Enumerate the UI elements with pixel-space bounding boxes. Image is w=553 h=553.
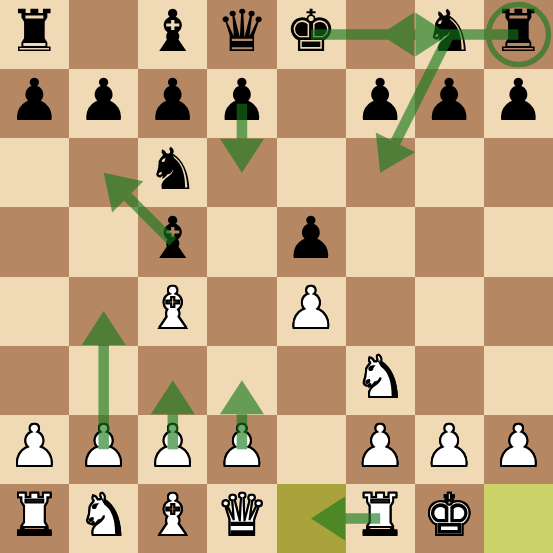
- piece-black-queen[interactable]: ♛: [216, 0, 268, 66]
- piece-black-rook[interactable]: ♜: [492, 0, 544, 66]
- piece-black-pawn[interactable]: ♟: [285, 204, 337, 273]
- square-c6[interactable]: ♞: [138, 138, 207, 207]
- chess-board: ♜♝♛♚♞♜♟♟♟♟♟♟♟♞♝♟♝♟♞♟♟♟♟♟♟♟♜♞♝♛♜♚: [0, 0, 553, 553]
- piece-black-pawn[interactable]: ♟: [492, 66, 544, 135]
- piece-white-pawn[interactable]: ♟: [354, 412, 406, 481]
- square-a6[interactable]: [0, 138, 69, 207]
- square-a8[interactable]: ♜: [0, 0, 69, 69]
- square-g5[interactable]: [415, 207, 484, 276]
- square-a3[interactable]: [0, 346, 69, 415]
- square-a1[interactable]: ♜: [0, 484, 69, 553]
- last-move-highlight-h1: [484, 484, 553, 553]
- piece-white-pawn[interactable]: ♟: [9, 412, 61, 481]
- square-f1[interactable]: ♜: [346, 484, 415, 553]
- piece-black-pawn[interactable]: ♟: [9, 66, 61, 135]
- piece-black-pawn[interactable]: ♟: [147, 66, 199, 135]
- square-b7[interactable]: ♟: [69, 69, 138, 138]
- square-b1[interactable]: ♞: [69, 484, 138, 553]
- piece-white-pawn[interactable]: ♟: [216, 412, 268, 481]
- piece-black-bishop[interactable]: ♝: [147, 0, 199, 66]
- square-h5[interactable]: [484, 207, 553, 276]
- square-f6[interactable]: [346, 138, 415, 207]
- last-move-highlight-e1: [277, 484, 346, 553]
- square-g3[interactable]: [415, 346, 484, 415]
- piece-white-rook[interactable]: ♜: [9, 481, 61, 550]
- square-d5[interactable]: [207, 207, 276, 276]
- square-d2[interactable]: ♟: [207, 415, 276, 484]
- square-a4[interactable]: [0, 277, 69, 346]
- board-squares: ♜♝♛♚♞♜♟♟♟♟♟♟♟♞♝♟♝♟♞♟♟♟♟♟♟♟♜♞♝♛♜♚: [0, 0, 553, 553]
- square-c2[interactable]: ♟: [138, 415, 207, 484]
- square-a7[interactable]: ♟: [0, 69, 69, 138]
- piece-black-knight[interactable]: ♞: [423, 0, 475, 66]
- piece-white-bishop[interactable]: ♝: [147, 274, 199, 343]
- piece-white-bishop[interactable]: ♝: [147, 481, 199, 550]
- square-e3[interactable]: [277, 346, 346, 415]
- piece-black-king[interactable]: ♚: [285, 0, 337, 66]
- square-g8[interactable]: ♞: [415, 0, 484, 69]
- piece-black-pawn[interactable]: ♟: [423, 66, 475, 135]
- piece-white-king[interactable]: ♚: [423, 481, 475, 550]
- square-d4[interactable]: [207, 277, 276, 346]
- square-a5[interactable]: [0, 207, 69, 276]
- square-f4[interactable]: [346, 277, 415, 346]
- square-b4[interactable]: [69, 277, 138, 346]
- square-c4[interactable]: ♝: [138, 277, 207, 346]
- square-g1[interactable]: ♚: [415, 484, 484, 553]
- square-f7[interactable]: ♟: [346, 69, 415, 138]
- piece-black-bishop[interactable]: ♝: [147, 204, 199, 273]
- square-h3[interactable]: [484, 346, 553, 415]
- piece-black-pawn[interactable]: ♟: [78, 66, 130, 135]
- square-d3[interactable]: [207, 346, 276, 415]
- square-c8[interactable]: ♝: [138, 0, 207, 69]
- square-f3[interactable]: ♞: [346, 346, 415, 415]
- piece-white-knight[interactable]: ♞: [78, 481, 130, 550]
- square-c3[interactable]: [138, 346, 207, 415]
- square-e5[interactable]: ♟: [277, 207, 346, 276]
- square-b6[interactable]: [69, 138, 138, 207]
- square-c7[interactable]: ♟: [138, 69, 207, 138]
- square-h4[interactable]: [484, 277, 553, 346]
- square-h1[interactable]: [484, 484, 553, 553]
- square-b2[interactable]: ♟: [69, 415, 138, 484]
- piece-white-pawn[interactable]: ♟: [285, 274, 337, 343]
- square-d6[interactable]: [207, 138, 276, 207]
- square-f2[interactable]: ♟: [346, 415, 415, 484]
- square-d1[interactable]: ♛: [207, 484, 276, 553]
- piece-black-rook[interactable]: ♜: [9, 0, 61, 66]
- piece-white-queen[interactable]: ♛: [216, 481, 268, 550]
- square-d8[interactable]: ♛: [207, 0, 276, 69]
- piece-black-pawn[interactable]: ♟: [216, 66, 268, 135]
- piece-white-pawn[interactable]: ♟: [492, 412, 544, 481]
- square-d7[interactable]: ♟: [207, 69, 276, 138]
- square-c5[interactable]: ♝: [138, 207, 207, 276]
- square-e2[interactable]: [277, 415, 346, 484]
- square-g7[interactable]: ♟: [415, 69, 484, 138]
- square-h6[interactable]: [484, 138, 553, 207]
- piece-white-pawn[interactable]: ♟: [147, 412, 199, 481]
- piece-white-pawn[interactable]: ♟: [423, 412, 475, 481]
- piece-black-knight[interactable]: ♞: [147, 135, 199, 204]
- square-b8[interactable]: [69, 0, 138, 69]
- square-g4[interactable]: [415, 277, 484, 346]
- piece-white-pawn[interactable]: ♟: [78, 412, 130, 481]
- square-b5[interactable]: [69, 207, 138, 276]
- square-b3[interactable]: [69, 346, 138, 415]
- square-e1[interactable]: [277, 484, 346, 553]
- square-f8[interactable]: [346, 0, 415, 69]
- square-h8[interactable]: ♜: [484, 0, 553, 69]
- square-c1[interactable]: ♝: [138, 484, 207, 553]
- square-g6[interactable]: [415, 138, 484, 207]
- piece-white-rook[interactable]: ♜: [354, 481, 406, 550]
- square-h2[interactable]: ♟: [484, 415, 553, 484]
- square-f5[interactable]: [346, 207, 415, 276]
- square-e7[interactable]: [277, 69, 346, 138]
- square-e8[interactable]: ♚: [277, 0, 346, 69]
- piece-white-knight[interactable]: ♞: [354, 343, 406, 412]
- square-h7[interactable]: ♟: [484, 69, 553, 138]
- square-e6[interactable]: [277, 138, 346, 207]
- square-a2[interactable]: ♟: [0, 415, 69, 484]
- piece-black-pawn[interactable]: ♟: [354, 66, 406, 135]
- square-g2[interactable]: ♟: [415, 415, 484, 484]
- square-e4[interactable]: ♟: [277, 277, 346, 346]
